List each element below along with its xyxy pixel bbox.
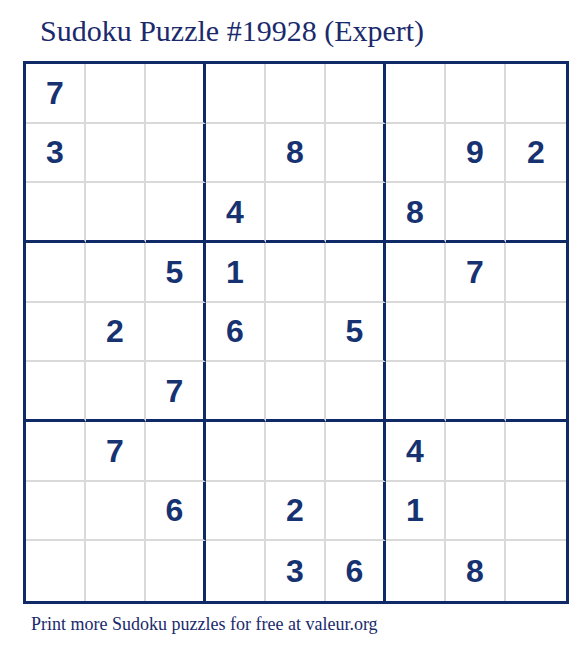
- cell-r6c1: [26, 362, 86, 422]
- cell-r1c9: [506, 64, 566, 124]
- cell-r2c2: [86, 124, 146, 184]
- footer-text: Print more Sudoku puzzles for free at va…: [31, 614, 378, 635]
- cell-r3c5: [266, 183, 326, 243]
- cell-r3c9: [506, 183, 566, 243]
- cell-r6c4: [206, 362, 266, 422]
- cell-r6c3: 7: [146, 362, 206, 422]
- cell-r8c5: 2: [266, 482, 326, 542]
- cell-r6c7: [386, 362, 446, 422]
- cell-r6c9: [506, 362, 566, 422]
- sudoku-grid: 7389248517265774621368: [23, 61, 569, 604]
- cell-r5c1: [26, 303, 86, 363]
- cell-r7c6: [326, 422, 386, 482]
- cell-r1c7: [386, 64, 446, 124]
- cell-r4c5: [266, 243, 326, 303]
- cell-r7c2: 7: [86, 422, 146, 482]
- cell-r5c3: [146, 303, 206, 363]
- cell-r9c2: [86, 541, 146, 601]
- cell-r5c7: [386, 303, 446, 363]
- cell-r5c9: [506, 303, 566, 363]
- cell-r4c6: [326, 243, 386, 303]
- cell-r5c8: [446, 303, 506, 363]
- cell-r2c9: 2: [506, 124, 566, 184]
- cell-r6c5: [266, 362, 326, 422]
- sudoku-page: Sudoku Puzzle #19928 (Expert) 7389248517…: [0, 0, 580, 651]
- cell-r3c4: 4: [206, 183, 266, 243]
- cell-r4c7: [386, 243, 446, 303]
- cell-r5c6: 5: [326, 303, 386, 363]
- cell-r3c6: [326, 183, 386, 243]
- cell-r2c8: 9: [446, 124, 506, 184]
- cell-r3c7: 8: [386, 183, 446, 243]
- cell-r9c1: [26, 541, 86, 601]
- cell-r5c5: [266, 303, 326, 363]
- cell-r7c7: 4: [386, 422, 446, 482]
- cell-r3c2: [86, 183, 146, 243]
- cell-r6c2: [86, 362, 146, 422]
- cell-r4c4: 1: [206, 243, 266, 303]
- cell-r2c5: 8: [266, 124, 326, 184]
- cell-r4c9: [506, 243, 566, 303]
- cell-r3c3: [146, 183, 206, 243]
- cell-r4c3: 5: [146, 243, 206, 303]
- page-title: Sudoku Puzzle #19928 (Expert): [40, 14, 424, 48]
- cell-r5c4: 6: [206, 303, 266, 363]
- cell-r8c6: [326, 482, 386, 542]
- cell-r4c8: 7: [446, 243, 506, 303]
- cell-r6c8: [446, 362, 506, 422]
- cell-r9c5: 3: [266, 541, 326, 601]
- cell-r9c8: 8: [446, 541, 506, 601]
- cell-r9c4: [206, 541, 266, 601]
- cell-r2c7: [386, 124, 446, 184]
- cell-r7c5: [266, 422, 326, 482]
- cell-r7c1: [26, 422, 86, 482]
- cell-r5c2: 2: [86, 303, 146, 363]
- cell-r3c8: [446, 183, 506, 243]
- cell-r4c2: [86, 243, 146, 303]
- cell-r1c3: [146, 64, 206, 124]
- cell-r2c6: [326, 124, 386, 184]
- cell-r1c5: [266, 64, 326, 124]
- cell-r8c8: [446, 482, 506, 542]
- cell-r9c3: [146, 541, 206, 601]
- cell-r7c9: [506, 422, 566, 482]
- cell-r3c1: [26, 183, 86, 243]
- cell-r6c6: [326, 362, 386, 422]
- cell-r8c9: [506, 482, 566, 542]
- cell-r9c7: [386, 541, 446, 601]
- cell-r8c7: 1: [386, 482, 446, 542]
- cell-r9c6: 6: [326, 541, 386, 601]
- cell-r1c1: 7: [26, 64, 86, 124]
- cell-r2c3: [146, 124, 206, 184]
- cell-r8c1: [26, 482, 86, 542]
- cell-r7c3: [146, 422, 206, 482]
- cell-r8c4: [206, 482, 266, 542]
- cell-r1c2: [86, 64, 146, 124]
- cell-r7c4: [206, 422, 266, 482]
- cell-r1c8: [446, 64, 506, 124]
- cell-r2c1: 3: [26, 124, 86, 184]
- cell-r4c1: [26, 243, 86, 303]
- cell-r1c6: [326, 64, 386, 124]
- cell-r9c9: [506, 541, 566, 601]
- cell-r1c4: [206, 64, 266, 124]
- cell-r8c2: [86, 482, 146, 542]
- cell-r2c4: [206, 124, 266, 184]
- cell-r7c8: [446, 422, 506, 482]
- cell-r8c3: 6: [146, 482, 206, 542]
